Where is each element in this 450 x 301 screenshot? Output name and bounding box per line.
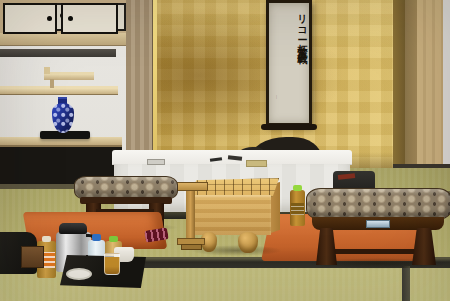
bench-label-plaque	[366, 220, 390, 228]
bench-stretcher	[334, 249, 416, 254]
wooden-box	[21, 246, 44, 268]
scroll-signature: ··	[272, 95, 280, 99]
dark-rail	[0, 49, 116, 57]
armrest-bench-right-pad	[306, 188, 450, 220]
water-bottle-cap	[92, 234, 101, 241]
calligraphy-scroll: リコー杯女流王座戦 ··	[266, 0, 312, 126]
door-pull	[68, 16, 73, 21]
tea-bottle-cap	[42, 236, 51, 242]
komadai-top	[174, 182, 208, 191]
shogi-board-front	[188, 195, 271, 235]
thermos-lid	[59, 223, 87, 234]
wooden-pillar-right	[417, 0, 444, 172]
green-bottle-cap	[293, 185, 302, 191]
scroll-calligraphy-text: リコー杯女流王座戦	[277, 7, 307, 119]
glass-of-tea	[104, 253, 120, 275]
notepad-on-table	[147, 159, 165, 165]
wall-right	[443, 0, 450, 172]
second-tea-bottle-cap	[109, 236, 118, 242]
green-bottle-label	[291, 203, 304, 215]
envelope-on-table	[246, 160, 267, 167]
shogi-board-leg	[238, 232, 258, 253]
komadai-column	[186, 190, 195, 240]
staggered-shelf	[0, 86, 118, 95]
shelf-post	[50, 79, 54, 88]
scroll-roller	[261, 124, 317, 130]
shogi-match-room-photo: リコー杯女流王座戦 ··	[0, 0, 450, 301]
door-pull	[47, 16, 52, 21]
shelf-end-curl	[44, 67, 50, 74]
komadai-foot	[181, 244, 202, 250]
coaster	[66, 268, 92, 280]
